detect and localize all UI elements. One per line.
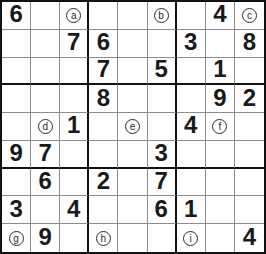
cell-r4c8[interactable]: 9	[206, 85, 235, 113]
cell-r6c9[interactable]	[235, 141, 264, 169]
given-digit: 5	[154, 57, 167, 81]
given-digit: 8	[243, 30, 256, 54]
cell-r3c4[interactable]: 7	[89, 58, 118, 86]
cell-r1c7[interactable]	[177, 2, 206, 30]
cell-r8c8[interactable]	[206, 196, 235, 224]
cell-r8c9[interactable]	[235, 196, 264, 224]
cell-r6c4[interactable]	[89, 141, 118, 169]
cell-r4c1[interactable]	[2, 85, 31, 113]
given-digit: 7	[67, 30, 80, 54]
given-digit: 3	[154, 141, 167, 165]
cell-r5c4[interactable]	[89, 113, 118, 141]
cell-r9c5[interactable]	[118, 224, 147, 252]
given-digit: 6	[154, 197, 167, 221]
circled-letter-g: g	[9, 231, 24, 246]
given-digit: 6	[97, 30, 110, 54]
cell-r4c5[interactable]	[118, 85, 147, 113]
given-digit: 6	[38, 169, 51, 193]
given-digit: 7	[38, 141, 51, 165]
cell-r1c2[interactable]	[31, 2, 60, 30]
cell-r9c1[interactable]: g	[2, 224, 31, 252]
cell-r8c2[interactable]	[31, 196, 60, 224]
cell-r5c6[interactable]	[148, 113, 177, 141]
cell-r1c4[interactable]	[89, 2, 118, 30]
cell-r1c3[interactable]: a	[60, 2, 89, 30]
cell-r3c3[interactable]	[60, 58, 89, 86]
given-digit: 7	[154, 169, 167, 193]
cell-r3c7[interactable]	[177, 58, 206, 86]
cell-r1c1[interactable]: 6	[2, 2, 31, 30]
cell-r8c6[interactable]: 6	[148, 196, 177, 224]
cell-r2c4[interactable]: 6	[89, 30, 118, 58]
given-digit: 3	[9, 197, 22, 221]
cell-r6c1[interactable]: 9	[2, 141, 31, 169]
cell-r3c5[interactable]	[118, 58, 147, 86]
cell-r2c2[interactable]	[31, 30, 60, 58]
cell-r3c2[interactable]	[31, 58, 60, 86]
cell-r5c5[interactable]: e	[118, 113, 147, 141]
given-digit: 1	[67, 113, 80, 137]
cell-r4c3[interactable]	[60, 85, 89, 113]
cell-r1c6[interactable]: b	[148, 2, 177, 30]
circled-letter-a: a	[66, 8, 81, 23]
cell-r4c2[interactable]	[31, 85, 60, 113]
given-digit: 7	[97, 57, 110, 81]
cell-r1c8[interactable]: 4	[206, 2, 235, 30]
cell-r5c1[interactable]	[2, 113, 31, 141]
cell-r6c2[interactable]: 7	[31, 141, 60, 169]
cell-r8c4[interactable]	[89, 196, 118, 224]
cell-r8c1[interactable]: 3	[2, 196, 31, 224]
cell-r9c4[interactable]: h	[89, 224, 118, 252]
cell-r3c6[interactable]: 5	[148, 58, 177, 86]
given-digit: 8	[97, 86, 110, 110]
cell-r8c7[interactable]: 1	[177, 196, 206, 224]
given-digit: 9	[9, 141, 22, 165]
cell-r2c1[interactable]	[2, 30, 31, 58]
given-digit: 2	[97, 169, 110, 193]
cell-r9c6[interactable]	[148, 224, 177, 252]
cell-r7c1[interactable]	[2, 169, 31, 197]
cell-r9c3[interactable]	[60, 224, 89, 252]
cell-r2c8[interactable]	[206, 30, 235, 58]
cell-r1c9[interactable]: c	[235, 2, 264, 30]
cell-r6c8[interactable]	[206, 141, 235, 169]
cell-r3c1[interactable]	[2, 58, 31, 86]
given-digit: 4	[67, 197, 80, 221]
cell-r7c2[interactable]: 6	[31, 169, 60, 197]
cell-r2c7[interactable]: 3	[177, 30, 206, 58]
given-digit: 1	[213, 57, 226, 81]
cell-r5c7[interactable]: 4	[177, 113, 206, 141]
cell-r7c7[interactable]	[177, 169, 206, 197]
circled-letter-h: h	[96, 231, 111, 246]
cell-r5c8[interactable]: f	[206, 113, 235, 141]
given-digit: 2	[243, 86, 256, 110]
circled-letter-f: f	[212, 119, 227, 134]
cell-r2c3[interactable]: 7	[60, 30, 89, 58]
cell-r6c5[interactable]	[118, 141, 147, 169]
cell-r9c2[interactable]: 9	[31, 224, 60, 252]
cell-r5c3[interactable]: 1	[60, 113, 89, 141]
cell-r5c9[interactable]	[235, 113, 264, 141]
given-digit: 4	[184, 113, 197, 137]
given-digit: 4	[213, 2, 226, 26]
cell-r6c3[interactable]	[60, 141, 89, 169]
cell-r9c7[interactable]: i	[177, 224, 206, 252]
cell-r4c4[interactable]: 8	[89, 85, 118, 113]
circled-letter-b: b	[154, 8, 169, 23]
cell-r8c5[interactable]	[118, 196, 147, 224]
given-digit: 4	[243, 225, 256, 249]
given-digit: 9	[38, 225, 51, 249]
cell-r4c9[interactable]: 2	[235, 85, 264, 113]
cell-r4c7[interactable]	[177, 85, 206, 113]
cell-r2c5[interactable]	[118, 30, 147, 58]
given-digit: 3	[184, 30, 197, 54]
cell-r5c2[interactable]: d	[31, 113, 60, 141]
circled-letter-e: e	[125, 119, 140, 134]
given-digit: 1	[184, 197, 197, 221]
cell-r6c6[interactable]: 3	[148, 141, 177, 169]
cell-r1c5[interactable]	[118, 2, 147, 30]
cell-r6c7[interactable]	[177, 141, 206, 169]
cell-r7c5[interactable]	[118, 169, 147, 197]
given-digit: 6	[9, 2, 22, 26]
circled-letter-c: c	[242, 8, 257, 23]
circled-letter-i: i	[183, 231, 198, 246]
cell-r2c9[interactable]: 8	[235, 30, 264, 58]
cell-r3c9[interactable]	[235, 58, 264, 86]
cell-r9c8[interactable]	[206, 224, 235, 252]
cell-r2c6[interactable]	[148, 30, 177, 58]
cell-r7c8[interactable]	[206, 169, 235, 197]
cell-r7c9[interactable]	[235, 169, 264, 197]
cell-r8c3[interactable]: 4	[60, 196, 89, 224]
cell-r9c9[interactable]: 4	[235, 224, 264, 252]
cell-r7c6[interactable]: 7	[148, 169, 177, 197]
circled-letter-d: d	[38, 119, 53, 134]
given-digit: 9	[213, 86, 226, 110]
cell-r7c3[interactable]	[60, 169, 89, 197]
cell-r4c6[interactable]	[148, 85, 177, 113]
cell-r3c8[interactable]: 1	[206, 58, 235, 86]
cell-r7c4[interactable]: 2	[89, 169, 118, 197]
sudoku-board: 6ab4c7638751892d1e4f9736273461g9hi4	[0, 0, 266, 254]
